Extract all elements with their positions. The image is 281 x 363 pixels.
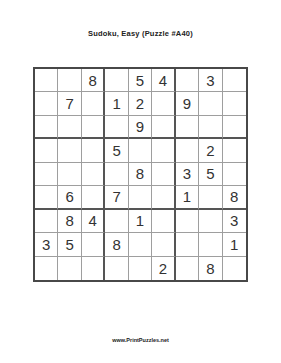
cell-r1c5[interactable]: 5 [129,69,152,92]
cell-r3c7[interactable] [176,116,199,139]
cell-r9c4[interactable] [105,257,128,280]
cell-r9c3[interactable] [82,257,105,280]
cell-r2c1[interactable] [35,92,58,115]
cell-r7c1[interactable] [35,210,58,233]
cell-r6c5[interactable] [129,186,152,209]
cell-r3c9[interactable] [223,116,246,139]
cell-r8c8[interactable] [199,233,222,256]
cell-r4c2[interactable] [58,139,81,162]
cell-r1c4[interactable] [105,69,128,92]
cell-r8c5[interactable] [129,233,152,256]
cell-r5c2[interactable] [58,163,81,186]
cell-r2c7[interactable]: 9 [176,92,199,115]
cell-r1c9[interactable] [223,69,246,92]
cell-r7c9[interactable]: 3 [223,210,246,233]
cell-r9c6[interactable]: 2 [152,257,175,280]
cell-r5c3[interactable] [82,163,105,186]
cell-r2c4[interactable]: 1 [105,92,128,115]
cell-r3c8[interactable] [199,116,222,139]
cell-r2c9[interactable] [223,92,246,115]
page-title: Sudoku, Easy (Puzzle #A40) [0,29,281,38]
cell-r8c6[interactable] [152,233,175,256]
cell-r8c9[interactable]: 1 [223,233,246,256]
cell-r2c6[interactable] [152,92,175,115]
cell-r8c3[interactable] [82,233,105,256]
cell-r6c6[interactable] [152,186,175,209]
cell-r9c5[interactable] [129,257,152,280]
cell-r8c7[interactable] [176,233,199,256]
cell-r7c7[interactable] [176,210,199,233]
cell-r7c4[interactable] [105,210,128,233]
cell-r2c2[interactable]: 7 [58,92,81,115]
cell-r3c6[interactable] [152,116,175,139]
cell-r4c8[interactable]: 2 [199,139,222,162]
cell-r1c1[interactable] [35,69,58,92]
cell-r1c7[interactable] [176,69,199,92]
cell-r5c4[interactable] [105,163,128,186]
cell-r6c8[interactable] [199,186,222,209]
cell-r4c4[interactable]: 5 [105,139,128,162]
cell-r4c6[interactable] [152,139,175,162]
cell-r6c3[interactable] [82,186,105,209]
cell-r9c7[interactable] [176,257,199,280]
cell-r4c1[interactable] [35,139,58,162]
cell-r1c6[interactable]: 4 [152,69,175,92]
cell-r7c5[interactable]: 1 [129,210,152,233]
cell-r8c4[interactable]: 8 [105,233,128,256]
cell-r4c9[interactable] [223,139,246,162]
cell-r5c1[interactable] [35,163,58,186]
cell-r2c5[interactable]: 2 [129,92,152,115]
cell-r6c9[interactable]: 8 [223,186,246,209]
cell-r8c1[interactable]: 3 [35,233,58,256]
cell-r3c4[interactable] [105,116,128,139]
cell-r9c2[interactable] [58,257,81,280]
cell-r5c7[interactable]: 3 [176,163,199,186]
cell-r6c4[interactable]: 7 [105,186,128,209]
cell-r5c6[interactable] [152,163,175,186]
cell-r2c8[interactable] [199,92,222,115]
cell-r3c2[interactable] [58,116,81,139]
cell-r5c8[interactable]: 5 [199,163,222,186]
cell-r7c8[interactable] [199,210,222,233]
cell-r9c1[interactable] [35,257,58,280]
cell-r4c7[interactable] [176,139,199,162]
cell-r4c5[interactable] [129,139,152,162]
cell-r5c9[interactable] [223,163,246,186]
cell-r5c5[interactable]: 8 [129,163,152,186]
cell-r3c1[interactable] [35,116,58,139]
cell-r6c1[interactable] [35,186,58,209]
sudoku-board: 8543712995283567188413358128 [33,67,248,282]
cell-r3c3[interactable] [82,116,105,139]
cell-r7c6[interactable] [152,210,175,233]
cell-r1c8[interactable]: 3 [199,69,222,92]
cell-r9c9[interactable] [223,257,246,280]
cell-r3c5[interactable]: 9 [129,116,152,139]
cell-r6c7[interactable]: 1 [176,186,199,209]
cell-r2c3[interactable] [82,92,105,115]
cell-r8c2[interactable]: 5 [58,233,81,256]
cell-r4c3[interactable] [82,139,105,162]
cell-r7c2[interactable]: 8 [58,210,81,233]
cell-r9c8[interactable]: 8 [199,257,222,280]
cell-r7c3[interactable]: 4 [82,210,105,233]
cell-r6c2[interactable]: 6 [58,186,81,209]
cell-r1c2[interactable] [58,69,81,92]
footer-url: www.PrintPuzzles.net [0,337,281,343]
puzzle-page: Sudoku, Easy (Puzzle #A40) 8543712995283… [0,0,281,363]
cell-r1c3[interactable]: 8 [82,69,105,92]
